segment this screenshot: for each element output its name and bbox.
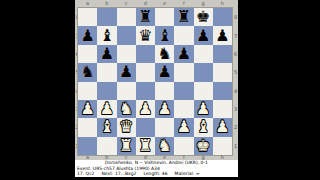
square-c8[interactable] bbox=[117, 8, 136, 26]
square-g6[interactable] bbox=[194, 45, 213, 63]
square-d2[interactable] bbox=[136, 118, 155, 136]
square-g3[interactable]: ♟ bbox=[194, 100, 213, 118]
square-a5[interactable]: ♞ bbox=[78, 63, 97, 81]
white-bishop: ♝ bbox=[100, 119, 114, 135]
square-h7[interactable]: ♟ bbox=[213, 26, 232, 44]
square-f3[interactable] bbox=[174, 100, 193, 118]
video-frame: abcdefgh 87654321 87654321 ♜♜♚♟♝♛♝♟♟♟♞♟♞… bbox=[0, 0, 320, 180]
square-d8[interactable]: ♜ bbox=[136, 8, 155, 26]
black-king: ♚ bbox=[196, 9, 210, 25]
square-e7[interactable]: ♝ bbox=[155, 26, 174, 44]
square-g1[interactable]: ♚ bbox=[194, 137, 213, 155]
black-pawn: ♟ bbox=[80, 28, 94, 44]
rank-label-7: 7 bbox=[233, 26, 238, 44]
square-a2[interactable] bbox=[78, 118, 97, 136]
white-pawn: ♟ bbox=[100, 101, 114, 117]
file-label-c: c bbox=[117, 0, 136, 7]
white-bishop: ♝ bbox=[196, 119, 210, 135]
file-label-f: f bbox=[174, 0, 193, 7]
square-b3[interactable]: ♟ bbox=[97, 100, 116, 118]
white-knight: ♞ bbox=[157, 138, 171, 154]
material-balance: Material: = bbox=[175, 171, 200, 177]
square-b2[interactable]: ♝ bbox=[97, 118, 116, 136]
square-h6[interactable] bbox=[213, 45, 232, 63]
square-c5[interactable]: ♟ bbox=[117, 63, 136, 81]
file-label-e: e bbox=[155, 0, 174, 7]
square-g8[interactable]: ♚ bbox=[194, 8, 213, 26]
rank-label-1: 1 bbox=[233, 137, 238, 155]
square-e5[interactable]: ♟ bbox=[155, 63, 174, 81]
chess-board: ♜♜♚♟♝♛♝♟♟♟♞♟♞♟♟♟♟♞♟♟♟♝♛♟♝♟♜♜♞♚ bbox=[78, 8, 232, 155]
square-b4[interactable] bbox=[97, 82, 116, 100]
square-b8[interactable] bbox=[97, 8, 116, 26]
rank-label-6: 6 bbox=[233, 45, 238, 63]
white-knight: ♞ bbox=[119, 101, 133, 117]
square-c2[interactable]: ♛ bbox=[117, 118, 136, 136]
file-label-d: d bbox=[136, 0, 155, 7]
square-c3[interactable]: ♞ bbox=[117, 100, 136, 118]
square-e4[interactable] bbox=[155, 82, 174, 100]
white-pawn: ♟ bbox=[138, 101, 152, 117]
square-a8[interactable] bbox=[78, 8, 97, 26]
square-e3[interactable]: ♟ bbox=[155, 100, 174, 118]
square-c1[interactable]: ♜ bbox=[117, 137, 136, 155]
black-pawn: ♟ bbox=[119, 64, 133, 80]
white-king: ♚ bbox=[196, 138, 210, 154]
square-e6[interactable]: ♞ bbox=[155, 45, 174, 63]
chess-panel: abcdefgh 87654321 87654321 ♜♜♚♟♝♛♝♟♟♟♞♟♞… bbox=[75, 0, 238, 177]
rank-label-3: 3 bbox=[233, 100, 238, 118]
square-g4[interactable] bbox=[194, 82, 213, 100]
square-f2[interactable]: ♟ bbox=[174, 118, 193, 136]
square-c4[interactable] bbox=[117, 82, 136, 100]
square-e1[interactable]: ♞ bbox=[155, 137, 174, 155]
square-d7[interactable]: ♛ bbox=[136, 26, 155, 44]
square-g7[interactable]: ♟ bbox=[194, 26, 213, 44]
square-a7[interactable]: ♟ bbox=[78, 26, 97, 44]
move-status-line: 17. Qc2 Next: 17...Bxg2 Length: 46 Mater… bbox=[77, 171, 236, 177]
letterbox-bottom bbox=[0, 177, 320, 180]
square-f4[interactable] bbox=[174, 82, 193, 100]
square-d3[interactable]: ♟ bbox=[136, 100, 155, 118]
square-b1[interactable] bbox=[97, 137, 116, 155]
square-d5[interactable] bbox=[136, 63, 155, 81]
black-pawn: ♟ bbox=[177, 46, 191, 62]
black-knight: ♞ bbox=[80, 64, 94, 80]
square-g5[interactable] bbox=[194, 63, 213, 81]
square-d4[interactable] bbox=[136, 82, 155, 100]
square-b6[interactable]: ♟ bbox=[97, 45, 116, 63]
square-a1[interactable] bbox=[78, 137, 97, 155]
square-c6[interactable] bbox=[117, 45, 136, 63]
letterbox-right bbox=[238, 0, 320, 180]
square-f5[interactable] bbox=[174, 63, 193, 81]
square-h8[interactable] bbox=[213, 8, 232, 26]
game-length: Length: 46 bbox=[143, 171, 167, 177]
square-h5[interactable] bbox=[213, 63, 232, 81]
square-f7[interactable] bbox=[174, 26, 193, 44]
black-pawn: ♟ bbox=[215, 28, 229, 44]
file-label-a: a bbox=[78, 0, 97, 7]
white-pawn: ♟ bbox=[196, 101, 210, 117]
file-labels-top: abcdefgh bbox=[78, 0, 232, 7]
file-label-b: b bbox=[97, 0, 116, 7]
square-a6[interactable] bbox=[78, 45, 97, 63]
square-h2[interactable]: ♟ bbox=[213, 118, 232, 136]
black-queen: ♛ bbox=[138, 28, 152, 44]
rank-label-2: 2 bbox=[233, 118, 238, 136]
white-pawn: ♟ bbox=[177, 119, 191, 135]
black-bishop: ♝ bbox=[100, 28, 114, 44]
file-label-h: h bbox=[213, 0, 232, 7]
black-pawn: ♟ bbox=[100, 46, 114, 62]
black-bishop: ♝ bbox=[157, 28, 171, 44]
white-rook: ♜ bbox=[138, 138, 152, 154]
square-h4[interactable] bbox=[213, 82, 232, 100]
game-info: Doroshenko, N -- Vishnevin, Andrei (UKR)… bbox=[75, 160, 238, 177]
square-h1[interactable] bbox=[213, 137, 232, 155]
rank-labels-right: 87654321 bbox=[233, 8, 238, 155]
black-pawn: ♟ bbox=[196, 28, 210, 44]
white-queen: ♛ bbox=[119, 119, 133, 135]
square-f6[interactable]: ♟ bbox=[174, 45, 193, 63]
rank-label-8: 8 bbox=[233, 8, 238, 26]
square-e2[interactable] bbox=[155, 118, 174, 136]
square-a3[interactable]: ♟ bbox=[78, 100, 97, 118]
square-g2[interactable]: ♝ bbox=[194, 118, 213, 136]
square-d1[interactable]: ♜ bbox=[136, 137, 155, 155]
file-label-g: g bbox=[194, 0, 213, 7]
square-b7[interactable]: ♝ bbox=[97, 26, 116, 44]
white-pawn: ♟ bbox=[80, 101, 94, 117]
rank-label-5: 5 bbox=[233, 63, 238, 81]
rank-label-4: 4 bbox=[233, 82, 238, 100]
square-a4[interactable] bbox=[78, 82, 97, 100]
next-move: Next: 17...Bxg2 bbox=[101, 171, 136, 177]
white-pawn: ♟ bbox=[157, 101, 171, 117]
black-rook: ♜ bbox=[138, 9, 152, 25]
letterbox-left bbox=[0, 0, 75, 180]
square-c7[interactable] bbox=[117, 26, 136, 44]
black-knight: ♞ bbox=[157, 46, 171, 62]
square-b5[interactable] bbox=[97, 63, 116, 81]
square-d6[interactable] bbox=[136, 45, 155, 63]
black-rook: ♜ bbox=[177, 9, 191, 25]
square-e8[interactable] bbox=[155, 8, 174, 26]
white-pawn: ♟ bbox=[215, 119, 229, 135]
square-f8[interactable]: ♜ bbox=[174, 8, 193, 26]
black-pawn: ♟ bbox=[157, 64, 171, 80]
white-rook: ♜ bbox=[119, 138, 133, 154]
square-f1[interactable] bbox=[174, 137, 193, 155]
last-move: 17. Qc2 bbox=[77, 171, 94, 177]
square-h3[interactable] bbox=[213, 100, 232, 118]
